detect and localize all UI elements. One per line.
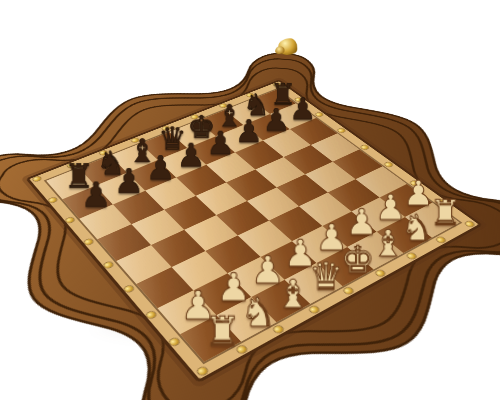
brass-rosette xyxy=(337,128,346,133)
piece-black-pawn: ♟ xyxy=(77,179,115,211)
piece-black-pawn: ♟ xyxy=(142,153,178,184)
chess-set-photo: ♜♞♝♛♚♝♞♜♟♟♟♟♟♟♟♟♟♟♟♟♟♟♟♟♜♞♝♛♚♝♞♜ xyxy=(0,0,500,400)
brass-rosette xyxy=(360,144,369,149)
brass-foot-right xyxy=(277,36,301,57)
piece-white-rook: ♜ xyxy=(200,313,245,351)
brass-rosette xyxy=(465,221,475,228)
piece-black-pawn: ♟ xyxy=(110,166,147,197)
brass-rosette xyxy=(436,236,447,243)
brass-rosette xyxy=(169,338,181,347)
carved-board-assembly: ♜♞♝♛♚♝♞♜♟♟♟♟♟♟♟♟♟♟♟♟♟♟♟♟♜♞♝♛♚♝♞♜ xyxy=(0,39,500,400)
